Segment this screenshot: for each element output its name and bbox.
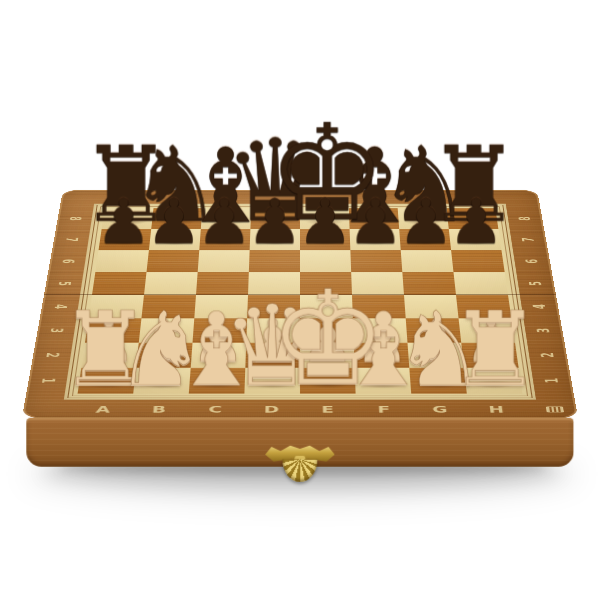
piece-shadow	[255, 218, 295, 225]
square-c6[interactable]	[198, 250, 250, 272]
piece-shadow	[311, 240, 340, 245]
chess-board: ABCDEFGH1122334455667788 ♜︎♞︎♝︎♛︎♚︎♝︎♞︎♜…	[22, 190, 578, 418]
piece-shadow	[305, 218, 345, 225]
square-g6[interactable]	[401, 250, 454, 272]
brass-clasp-icon	[265, 445, 335, 484]
clasp-fan	[283, 459, 318, 482]
piece-white-rook-h1[interactable]: ♜︎	[431, 304, 560, 397]
piece-shadow	[210, 240, 239, 245]
piece-shadow	[206, 218, 246, 225]
piece-shadow	[156, 218, 196, 225]
piece-shadow	[107, 218, 148, 225]
piece-shadow	[452, 218, 493, 225]
square-h6[interactable]	[451, 250, 505, 272]
rank-label-left-8: 8	[59, 208, 91, 229]
scene: ABCDEFGH1122334455667788 ♜︎♞︎♝︎♛︎♚︎♝︎♞︎♜…	[0, 0, 600, 600]
piece-shadow	[461, 240, 491, 245]
box-front-face	[26, 418, 573, 467]
rank-label-left-6: 6	[51, 250, 84, 272]
photo-background: ABCDEFGH1122334455667788 ♜︎♞︎♝︎♛︎♚︎♝︎♞︎♜…	[0, 0, 600, 600]
piece-white-king-e1[interactable]: ♚︎	[264, 281, 393, 399]
piece-shadow	[260, 240, 289, 245]
rank-label-left-7: 7	[55, 229, 87, 250]
piece-shadow	[403, 218, 443, 225]
piece-shadow	[411, 240, 440, 245]
square-a6[interactable]	[95, 250, 149, 272]
piece-white-knight-b1[interactable]: ♞︎	[96, 304, 225, 397]
piece-shadow	[361, 240, 390, 245]
rank-label-right-8: 8	[509, 208, 541, 229]
rank-label-right-6: 6	[516, 250, 549, 272]
rank-label-right-7: 7	[513, 229, 545, 250]
square-b6[interactable]	[146, 250, 199, 272]
piece-shadow	[354, 218, 394, 225]
